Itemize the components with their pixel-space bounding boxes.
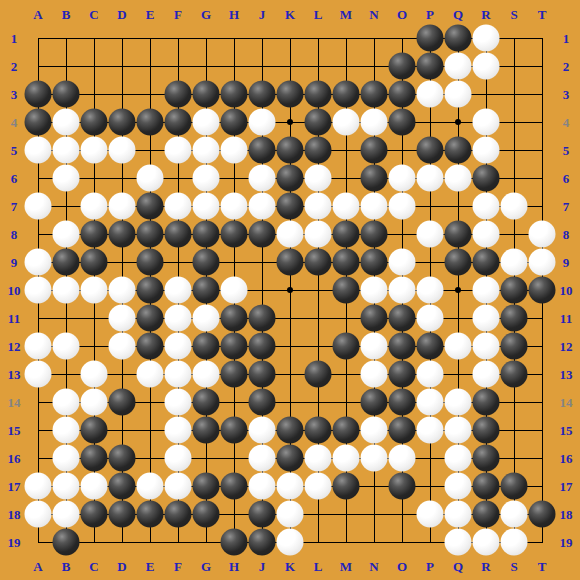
white-stone-O9[interactable] <box>389 249 416 276</box>
row-label-left-4: 4 <box>11 116 18 129</box>
black-stone-Q5[interactable] <box>445 137 472 164</box>
column-label-bottom-Q: Q <box>453 560 463 573</box>
column-label-bottom-D: D <box>117 560 126 573</box>
row-label-right-4: 4 <box>563 116 570 129</box>
black-stone-B9[interactable] <box>53 249 80 276</box>
white-stone-P3[interactable] <box>417 81 444 108</box>
black-stone-O2[interactable] <box>389 53 416 80</box>
white-stone-C5[interactable] <box>81 137 108 164</box>
black-stone-L15[interactable] <box>305 417 332 444</box>
black-stone-H12[interactable] <box>221 333 248 360</box>
black-stone-G12[interactable] <box>193 333 220 360</box>
black-stone-R14[interactable] <box>473 389 500 416</box>
white-stone-Q6[interactable] <box>445 165 472 192</box>
white-stone-J7[interactable] <box>249 193 276 220</box>
white-stone-R5[interactable] <box>473 137 500 164</box>
white-stone-A17[interactable] <box>25 473 52 500</box>
column-label-top-K: K <box>285 8 295 21</box>
column-label-top-P: P <box>426 8 434 21</box>
black-stone-J12[interactable] <box>249 333 276 360</box>
white-stone-A7[interactable] <box>25 193 52 220</box>
white-stone-A10[interactable] <box>25 277 52 304</box>
white-stone-M16[interactable] <box>333 445 360 472</box>
white-stone-T8[interactable] <box>529 221 556 248</box>
white-stone-J4[interactable] <box>249 109 276 136</box>
white-stone-R13[interactable] <box>473 361 500 388</box>
black-stone-J18[interactable] <box>249 501 276 528</box>
white-stone-B18[interactable] <box>53 501 80 528</box>
black-stone-N6[interactable] <box>361 165 388 192</box>
white-stone-O6[interactable] <box>389 165 416 192</box>
white-stone-R19[interactable] <box>473 529 500 556</box>
white-stone-N16[interactable] <box>361 445 388 472</box>
column-label-bottom-J: J <box>259 560 266 573</box>
white-stone-F15[interactable] <box>165 417 192 444</box>
column-label-bottom-T: T <box>538 560 547 573</box>
black-stone-H11[interactable] <box>221 305 248 332</box>
column-label-bottom-G: G <box>201 560 211 573</box>
white-stone-K8[interactable] <box>277 221 304 248</box>
white-stone-Q18[interactable] <box>445 501 472 528</box>
column-label-bottom-M: M <box>340 560 352 573</box>
black-stone-S17[interactable] <box>501 473 528 500</box>
white-stone-G5[interactable] <box>193 137 220 164</box>
black-stone-C16[interactable] <box>81 445 108 472</box>
black-stone-G9[interactable] <box>193 249 220 276</box>
black-stone-F18[interactable] <box>165 501 192 528</box>
black-stone-M10[interactable] <box>333 277 360 304</box>
black-stone-K7[interactable] <box>277 193 304 220</box>
white-stone-S18[interactable] <box>501 501 528 528</box>
row-label-left-18: 18 <box>8 508 21 521</box>
row-label-left-10: 10 <box>8 284 21 297</box>
white-stone-R4[interactable] <box>473 109 500 136</box>
column-label-bottom-C: C <box>89 560 98 573</box>
black-stone-G8[interactable] <box>193 221 220 248</box>
white-stone-B8[interactable] <box>53 221 80 248</box>
row-label-right-8: 8 <box>563 228 570 241</box>
white-stone-F16[interactable] <box>165 445 192 472</box>
black-stone-O14[interactable] <box>389 389 416 416</box>
black-stone-J8[interactable] <box>249 221 276 248</box>
row-label-left-19: 19 <box>8 536 21 549</box>
white-stone-Q19[interactable] <box>445 529 472 556</box>
black-stone-N14[interactable] <box>361 389 388 416</box>
white-stone-R10[interactable] <box>473 277 500 304</box>
column-label-bottom-S: S <box>510 560 517 573</box>
white-stone-S9[interactable] <box>501 249 528 276</box>
white-stone-P14[interactable] <box>417 389 444 416</box>
black-stone-P2[interactable] <box>417 53 444 80</box>
black-stone-P5[interactable] <box>417 137 444 164</box>
white-stone-O10[interactable] <box>389 277 416 304</box>
star-point-Q4 <box>455 119 461 125</box>
black-stone-K16[interactable] <box>277 445 304 472</box>
white-stone-F7[interactable] <box>165 193 192 220</box>
black-stone-Q9[interactable] <box>445 249 472 276</box>
black-stone-O11[interactable] <box>389 305 416 332</box>
black-stone-D17[interactable] <box>109 473 136 500</box>
row-label-right-17: 17 <box>560 480 573 493</box>
column-label-top-Q: Q <box>453 8 463 21</box>
white-stone-J6[interactable] <box>249 165 276 192</box>
white-stone-G6[interactable] <box>193 165 220 192</box>
white-stone-B10[interactable] <box>53 277 80 304</box>
white-stone-E13[interactable] <box>137 361 164 388</box>
column-label-top-M: M <box>340 8 352 21</box>
white-stone-E17[interactable] <box>137 473 164 500</box>
white-stone-A13[interactable] <box>25 361 52 388</box>
column-label-top-O: O <box>397 8 407 21</box>
white-stone-K17[interactable] <box>277 473 304 500</box>
white-stone-D12[interactable] <box>109 333 136 360</box>
black-stone-K6[interactable] <box>277 165 304 192</box>
black-stone-G14[interactable] <box>193 389 220 416</box>
column-label-top-R: R <box>481 8 490 21</box>
row-label-left-9: 9 <box>11 256 18 269</box>
black-stone-M3[interactable] <box>333 81 360 108</box>
black-stone-P1[interactable] <box>417 25 444 52</box>
black-stone-L5[interactable] <box>305 137 332 164</box>
black-stone-B19[interactable] <box>53 529 80 556</box>
star-point-K10 <box>287 287 293 293</box>
star-point-K4 <box>287 119 293 125</box>
black-stone-C18[interactable] <box>81 501 108 528</box>
black-stone-N11[interactable] <box>361 305 388 332</box>
black-stone-A4[interactable] <box>25 109 52 136</box>
white-stone-T9[interactable] <box>529 249 556 276</box>
column-label-top-T: T <box>538 8 547 21</box>
black-stone-J11[interactable] <box>249 305 276 332</box>
star-point-Q10 <box>455 287 461 293</box>
black-stone-N5[interactable] <box>361 137 388 164</box>
black-stone-H19[interactable] <box>221 529 248 556</box>
black-stone-H15[interactable] <box>221 417 248 444</box>
white-stone-J16[interactable] <box>249 445 276 472</box>
black-stone-A3[interactable] <box>25 81 52 108</box>
white-stone-Q14[interactable] <box>445 389 472 416</box>
black-stone-E11[interactable] <box>137 305 164 332</box>
white-stone-D10[interactable] <box>109 277 136 304</box>
column-label-bottom-N: N <box>369 560 378 573</box>
black-stone-H17[interactable] <box>221 473 248 500</box>
black-stone-E12[interactable] <box>137 333 164 360</box>
row-label-left-13: 13 <box>8 368 21 381</box>
white-stone-N4[interactable] <box>361 109 388 136</box>
black-stone-T18[interactable] <box>529 501 556 528</box>
black-stone-J5[interactable] <box>249 137 276 164</box>
black-stone-S10[interactable] <box>501 277 528 304</box>
white-stone-A9[interactable] <box>25 249 52 276</box>
white-stone-F12[interactable] <box>165 333 192 360</box>
black-stone-M9[interactable] <box>333 249 360 276</box>
black-stone-Q1[interactable] <box>445 25 472 52</box>
white-stone-P15[interactable] <box>417 417 444 444</box>
black-stone-F3[interactable] <box>165 81 192 108</box>
column-label-top-B: B <box>62 8 71 21</box>
black-stone-M15[interactable] <box>333 417 360 444</box>
row-label-right-11: 11 <box>560 312 572 325</box>
white-stone-L17[interactable] <box>305 473 332 500</box>
black-stone-O13[interactable] <box>389 361 416 388</box>
black-stone-O12[interactable] <box>389 333 416 360</box>
row-label-left-3: 3 <box>11 88 18 101</box>
black-stone-E9[interactable] <box>137 249 164 276</box>
black-stone-E7[interactable] <box>137 193 164 220</box>
black-stone-G3[interactable] <box>193 81 220 108</box>
white-stone-B15[interactable] <box>53 417 80 444</box>
black-stone-O15[interactable] <box>389 417 416 444</box>
white-stone-D5[interactable] <box>109 137 136 164</box>
column-label-bottom-E: E <box>146 560 155 573</box>
black-stone-J19[interactable] <box>249 529 276 556</box>
grid-line-horizontal <box>38 374 543 375</box>
column-label-top-A: A <box>33 8 42 21</box>
black-stone-R9[interactable] <box>473 249 500 276</box>
white-stone-F14[interactable] <box>165 389 192 416</box>
column-label-top-S: S <box>510 8 517 21</box>
white-stone-F11[interactable] <box>165 305 192 332</box>
row-label-left-1: 1 <box>11 32 18 45</box>
white-stone-P8[interactable] <box>417 221 444 248</box>
black-stone-E4[interactable] <box>137 109 164 136</box>
row-label-left-14: 14 <box>8 396 21 409</box>
row-label-left-8: 8 <box>11 228 18 241</box>
white-stone-P6[interactable] <box>417 165 444 192</box>
black-stone-J13[interactable] <box>249 361 276 388</box>
white-stone-H7[interactable] <box>221 193 248 220</box>
black-stone-F8[interactable] <box>165 221 192 248</box>
black-stone-H3[interactable] <box>221 81 248 108</box>
white-stone-G7[interactable] <box>193 193 220 220</box>
white-stone-N15[interactable] <box>361 417 388 444</box>
row-label-right-5: 5 <box>563 144 570 157</box>
black-stone-S12[interactable] <box>501 333 528 360</box>
black-stone-R18[interactable] <box>473 501 500 528</box>
black-stone-L9[interactable] <box>305 249 332 276</box>
row-label-right-13: 13 <box>560 368 573 381</box>
black-stone-N3[interactable] <box>361 81 388 108</box>
white-stone-G13[interactable] <box>193 361 220 388</box>
row-label-right-6: 6 <box>563 172 570 185</box>
black-stone-K5[interactable] <box>277 137 304 164</box>
white-stone-C14[interactable] <box>81 389 108 416</box>
white-stone-L16[interactable] <box>305 445 332 472</box>
white-stone-Q3[interactable] <box>445 81 472 108</box>
column-label-top-H: H <box>229 8 239 21</box>
black-stone-E10[interactable] <box>137 277 164 304</box>
black-stone-R6[interactable] <box>473 165 500 192</box>
white-stone-A18[interactable] <box>25 501 52 528</box>
black-stone-L4[interactable] <box>305 109 332 136</box>
white-stone-B14[interactable] <box>53 389 80 416</box>
black-stone-D8[interactable] <box>109 221 136 248</box>
white-stone-Q16[interactable] <box>445 445 472 472</box>
column-label-bottom-R: R <box>481 560 490 573</box>
white-stone-F17[interactable] <box>165 473 192 500</box>
white-stone-Q12[interactable] <box>445 333 472 360</box>
white-stone-F10[interactable] <box>165 277 192 304</box>
white-stone-R12[interactable] <box>473 333 500 360</box>
white-stone-C17[interactable] <box>81 473 108 500</box>
white-stone-R1[interactable] <box>473 25 500 52</box>
white-stone-B6[interactable] <box>53 165 80 192</box>
row-label-left-2: 2 <box>11 60 18 73</box>
black-stone-G18[interactable] <box>193 501 220 528</box>
white-stone-B12[interactable] <box>53 333 80 360</box>
white-stone-C10[interactable] <box>81 277 108 304</box>
white-stone-D11[interactable] <box>109 305 136 332</box>
white-stone-F13[interactable] <box>165 361 192 388</box>
black-stone-C9[interactable] <box>81 249 108 276</box>
white-stone-R2[interactable] <box>473 53 500 80</box>
black-stone-D14[interactable] <box>109 389 136 416</box>
black-stone-M8[interactable] <box>333 221 360 248</box>
white-stone-L8[interactable] <box>305 221 332 248</box>
white-stone-N7[interactable] <box>361 193 388 220</box>
white-stone-G4[interactable] <box>193 109 220 136</box>
row-label-right-7: 7 <box>563 200 570 213</box>
black-stone-S11[interactable] <box>501 305 528 332</box>
black-stone-G17[interactable] <box>193 473 220 500</box>
white-stone-R11[interactable] <box>473 305 500 332</box>
column-label-top-D: D <box>117 8 126 21</box>
white-stone-B5[interactable] <box>53 137 80 164</box>
white-stone-P10[interactable] <box>417 277 444 304</box>
black-stone-R16[interactable] <box>473 445 500 472</box>
black-stone-O4[interactable] <box>389 109 416 136</box>
column-label-top-J: J <box>259 8 266 21</box>
white-stone-P11[interactable] <box>417 305 444 332</box>
white-stone-N10[interactable] <box>361 277 388 304</box>
black-stone-C4[interactable] <box>81 109 108 136</box>
white-stone-R8[interactable] <box>473 221 500 248</box>
black-stone-R17[interactable] <box>473 473 500 500</box>
black-stone-H4[interactable] <box>221 109 248 136</box>
white-stone-N13[interactable] <box>361 361 388 388</box>
column-label-bottom-L: L <box>314 560 323 573</box>
column-label-bottom-K: K <box>285 560 295 573</box>
black-stone-E8[interactable] <box>137 221 164 248</box>
white-stone-D7[interactable] <box>109 193 136 220</box>
black-stone-G15[interactable] <box>193 417 220 444</box>
row-label-right-12: 12 <box>560 340 573 353</box>
black-stone-K9[interactable] <box>277 249 304 276</box>
column-label-top-E: E <box>146 8 155 21</box>
black-stone-L13[interactable] <box>305 361 332 388</box>
black-stone-H13[interactable] <box>221 361 248 388</box>
white-stone-C7[interactable] <box>81 193 108 220</box>
white-stone-M4[interactable] <box>333 109 360 136</box>
white-stone-P13[interactable] <box>417 361 444 388</box>
black-stone-L3[interactable] <box>305 81 332 108</box>
white-stone-J17[interactable] <box>249 473 276 500</box>
black-stone-B3[interactable] <box>53 81 80 108</box>
black-stone-Q8[interactable] <box>445 221 472 248</box>
row-label-left-12: 12 <box>8 340 21 353</box>
column-label-top-N: N <box>369 8 378 21</box>
row-label-left-7: 7 <box>11 200 18 213</box>
black-stone-K15[interactable] <box>277 417 304 444</box>
black-stone-N8[interactable] <box>361 221 388 248</box>
column-label-bottom-H: H <box>229 560 239 573</box>
white-stone-R7[interactable] <box>473 193 500 220</box>
row-label-right-2: 2 <box>563 60 570 73</box>
black-stone-T10[interactable] <box>529 277 556 304</box>
white-stone-B16[interactable] <box>53 445 80 472</box>
white-stone-A12[interactable] <box>25 333 52 360</box>
black-stone-R15[interactable] <box>473 417 500 444</box>
white-stone-H5[interactable] <box>221 137 248 164</box>
white-stone-O16[interactable] <box>389 445 416 472</box>
row-label-right-10: 10 <box>560 284 573 297</box>
white-stone-P18[interactable] <box>417 501 444 528</box>
white-stone-H10[interactable] <box>221 277 248 304</box>
white-stone-N12[interactable] <box>361 333 388 360</box>
go-board[interactable]: AABBCCDDEEFFGGHHJJKKLLMMNNOOPPQQRRSSTT11… <box>0 0 580 580</box>
black-stone-C8[interactable] <box>81 221 108 248</box>
black-stone-D18[interactable] <box>109 501 136 528</box>
black-stone-P12[interactable] <box>417 333 444 360</box>
white-stone-B17[interactable] <box>53 473 80 500</box>
white-stone-G11[interactable] <box>193 305 220 332</box>
column-label-bottom-F: F <box>174 560 182 573</box>
white-stone-L6[interactable] <box>305 165 332 192</box>
white-stone-Q2[interactable] <box>445 53 472 80</box>
black-stone-N9[interactable] <box>361 249 388 276</box>
white-stone-E6[interactable] <box>137 165 164 192</box>
black-stone-M17[interactable] <box>333 473 360 500</box>
column-label-top-G: G <box>201 8 211 21</box>
black-stone-K3[interactable] <box>277 81 304 108</box>
row-label-right-3: 3 <box>563 88 570 101</box>
white-stone-J15[interactable] <box>249 417 276 444</box>
black-stone-D4[interactable] <box>109 109 136 136</box>
black-stone-O3[interactable] <box>389 81 416 108</box>
white-stone-M7[interactable] <box>333 193 360 220</box>
white-stone-O7[interactable] <box>389 193 416 220</box>
white-stone-C13[interactable] <box>81 361 108 388</box>
row-label-left-17: 17 <box>8 480 21 493</box>
row-label-right-9: 9 <box>563 256 570 269</box>
white-stone-Q17[interactable] <box>445 473 472 500</box>
white-stone-S7[interactable] <box>501 193 528 220</box>
black-stone-H8[interactable] <box>221 221 248 248</box>
white-stone-F5[interactable] <box>165 137 192 164</box>
black-stone-D16[interactable] <box>109 445 136 472</box>
white-stone-L7[interactable] <box>305 193 332 220</box>
white-stone-Q15[interactable] <box>445 417 472 444</box>
black-stone-M12[interactable] <box>333 333 360 360</box>
white-stone-K19[interactable] <box>277 529 304 556</box>
black-stone-O17[interactable] <box>389 473 416 500</box>
black-stone-E18[interactable] <box>137 501 164 528</box>
white-stone-B4[interactable] <box>53 109 80 136</box>
white-stone-K18[interactable] <box>277 501 304 528</box>
row-label-right-15: 15 <box>560 424 573 437</box>
black-stone-F4[interactable] <box>165 109 192 136</box>
black-stone-J14[interactable] <box>249 389 276 416</box>
black-stone-J3[interactable] <box>249 81 276 108</box>
column-label-bottom-B: B <box>62 560 71 573</box>
white-stone-S19[interactable] <box>501 529 528 556</box>
row-label-right-18: 18 <box>560 508 573 521</box>
white-stone-A5[interactable] <box>25 137 52 164</box>
black-stone-S13[interactable] <box>501 361 528 388</box>
black-stone-G10[interactable] <box>193 277 220 304</box>
black-stone-C15[interactable] <box>81 417 108 444</box>
column-label-bottom-O: O <box>397 560 407 573</box>
